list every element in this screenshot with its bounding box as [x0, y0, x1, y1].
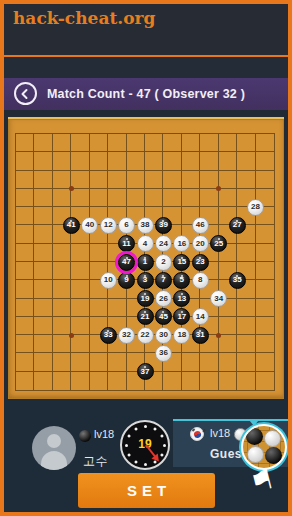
spacer [4, 110, 288, 117]
chevron-left-icon [19, 88, 32, 100]
set-button[interactable]: SET [78, 473, 215, 508]
board-grid[interactable]: 1234567891011121314151617181920212223242… [15, 133, 275, 391]
stone-27: 27 [229, 217, 246, 234]
stone-41: 41 [63, 217, 80, 234]
stone-15: 15 [173, 254, 190, 271]
star-point [216, 333, 221, 338]
stone-9: 9 [118, 272, 135, 289]
stone-10: 10 [100, 272, 117, 289]
stone-20: 20 [192, 235, 209, 252]
game-clock: 19 [120, 420, 170, 470]
stone-12: 12 [100, 217, 117, 234]
stone-28: 28 [247, 199, 264, 216]
stone-23: 23 [192, 254, 209, 271]
title-bar: Match Count - 47 ( Observer 32 ) [4, 78, 288, 110]
black-stone-icon [79, 430, 91, 442]
person-icon [47, 434, 61, 448]
stone-21: 21 [137, 308, 154, 325]
stone-38: 38 [137, 217, 154, 234]
stone-4: 4 [137, 235, 154, 252]
stone-2: 2 [155, 254, 172, 271]
korea-flag-icon [190, 427, 204, 441]
stone-37: 37 [137, 363, 154, 380]
stone-31: 31 [192, 327, 209, 344]
left-player-name: 고수 [83, 453, 108, 470]
left-player-level: lv18 [94, 428, 114, 440]
stone-22: 22 [137, 327, 154, 344]
stone-46: 46 [192, 217, 209, 234]
banner-link[interactable]: hack-cheat.org [13, 8, 155, 28]
stone-5: 5 [173, 272, 190, 289]
right-player-level: lv18 [210, 427, 230, 439]
stone-24: 24 [155, 235, 172, 252]
stone-8: 8 [192, 272, 209, 289]
stone-7: 7 [155, 272, 172, 289]
right-player-panel: lv18 Guest [173, 419, 288, 467]
stone-32: 32 [118, 327, 135, 344]
app-screen: hack-cheat.org Match Count - 47 ( Observ… [0, 0, 292, 516]
resign-flag-icon[interactable]: ⚑ [247, 464, 278, 497]
stone-3: 3 [137, 272, 154, 289]
star-point [69, 333, 74, 338]
stone-35: 35 [229, 272, 246, 289]
stone-19: 19 [137, 290, 154, 307]
stone-1: 1 [137, 254, 154, 271]
ad-banner: hack-cheat.org [4, 4, 288, 57]
stone-14: 14 [192, 308, 209, 325]
left-player-avatar [32, 426, 76, 470]
stone-36: 36 [155, 345, 172, 362]
clock-value: 19 [122, 437, 168, 451]
stone-39: 39 [155, 217, 172, 234]
page-title: Match Count - 47 ( Observer 32 ) [47, 87, 245, 101]
goban: 1234567891011121314151617181920212223242… [8, 117, 284, 399]
stone-30: 30 [155, 327, 172, 344]
stone-33: 33 [100, 327, 117, 344]
stone-6: 6 [118, 217, 135, 234]
spacer [4, 57, 288, 78]
stone-47: 47 [118, 254, 135, 271]
back-button[interactable] [14, 82, 37, 105]
player-bar: lv18 고수 19 lv18 Guest SET ⚑ [4, 399, 288, 512]
stone-26: 26 [155, 290, 172, 307]
stone-18: 18 [173, 327, 190, 344]
stone-40: 40 [81, 217, 98, 234]
